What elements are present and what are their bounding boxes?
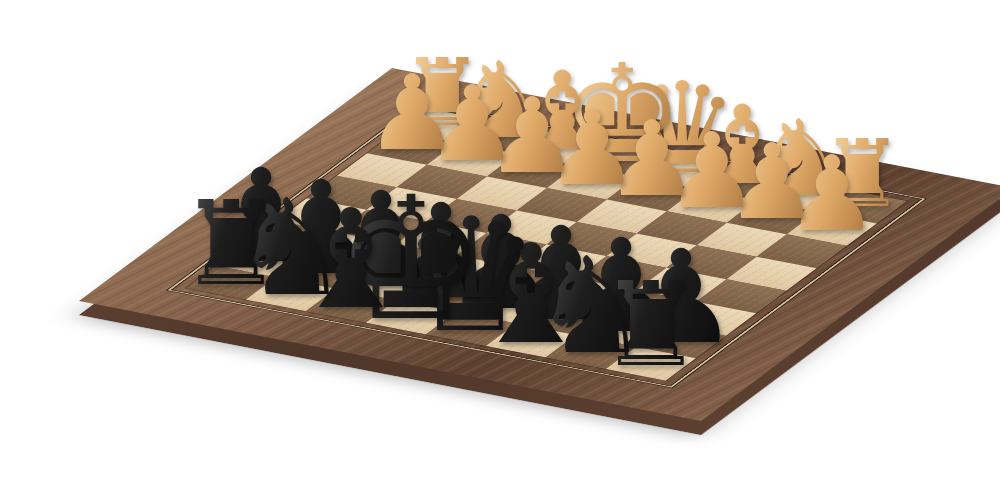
chess-set-photo: ♜♞♝♛♚♝♞♜♟♟♟♟♟♟♟♟♟♟♟♟♟♟♟♟♜♞♝♛♚♝♞♜ bbox=[0, 0, 1000, 483]
board-grid bbox=[186, 108, 907, 380]
chess-board bbox=[79, 68, 1000, 421]
